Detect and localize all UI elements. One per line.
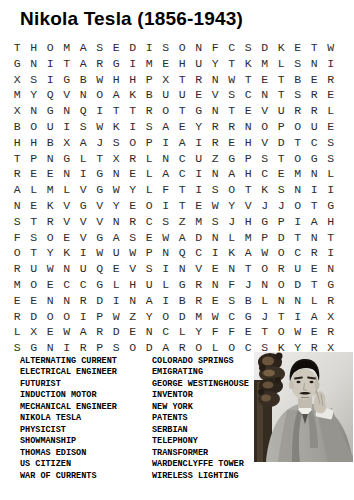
grid-cell[interactable]: O (9, 245, 26, 261)
grid-cell[interactable]: G (92, 277, 109, 293)
grid-cell[interactable]: S (92, 40, 109, 56)
grid-cell[interactable]: A (75, 56, 92, 72)
grid-cell[interactable]: W (108, 182, 125, 198)
grid-cell[interactable]: V (191, 261, 208, 277)
grid-cell[interactable]: E (108, 261, 125, 277)
grid-cell[interactable]: E (273, 166, 290, 182)
grid-cell[interactable]: E (9, 293, 26, 309)
grid-cell[interactable]: R (323, 72, 340, 88)
grid-cell[interactable]: T (174, 72, 191, 88)
grid-cell[interactable]: W (224, 72, 241, 88)
grid-cell[interactable]: I (207, 245, 224, 261)
grid-cell[interactable]: S (290, 87, 307, 103)
grid-cell[interactable]: C (240, 87, 257, 103)
grid-cell[interactable]: F (207, 40, 224, 56)
grid-cell[interactable]: A (158, 119, 175, 135)
grid-cell[interactable]: E (125, 166, 142, 182)
grid-cell[interactable]: C (141, 214, 158, 230)
grid-cell[interactable]: Z (207, 151, 224, 167)
grid-cell[interactable]: V (125, 261, 142, 277)
grid-cell[interactable]: O (290, 198, 307, 214)
grid-cell[interactable]: L (9, 324, 26, 340)
grid-cell[interactable]: G (257, 214, 274, 230)
grid-cell[interactable]: Z (174, 214, 191, 230)
grid-cell[interactable]: K (125, 87, 142, 103)
grid-cell[interactable]: C (257, 166, 274, 182)
grid-cell[interactable]: B (240, 293, 257, 309)
grid-cell[interactable]: R (306, 87, 323, 103)
grid-cell[interactable]: S (257, 151, 274, 167)
grid-cell[interactable]: N (207, 166, 224, 182)
grid-cell[interactable]: G (59, 151, 76, 167)
grid-cell[interactable]: T (273, 151, 290, 167)
grid-cell[interactable]: R (306, 103, 323, 119)
grid-cell[interactable]: P (141, 72, 158, 88)
grid-cell[interactable]: Y (108, 198, 125, 214)
grid-cell[interactable]: G (174, 277, 191, 293)
grid-cell[interactable]: R (9, 166, 26, 182)
grid-cell[interactable]: N (290, 293, 307, 309)
grid-cell[interactable]: R (92, 324, 109, 340)
grid-cell[interactable]: F (9, 230, 26, 246)
grid-cell[interactable]: A (108, 87, 125, 103)
grid-cell[interactable]: D (273, 135, 290, 151)
grid-cell[interactable]: N (26, 103, 43, 119)
grid-cell[interactable]: A (174, 135, 191, 151)
grid-cell[interactable]: V (59, 198, 76, 214)
grid-cell[interactable]: L (224, 230, 241, 246)
grid-cell[interactable]: F (224, 277, 241, 293)
grid-cell[interactable]: P (240, 151, 257, 167)
grid-cell[interactable]: W (92, 119, 109, 135)
grid-cell[interactable]: E (59, 230, 76, 246)
grid-cell[interactable]: N (125, 293, 142, 309)
grid-cell[interactable]: Y (141, 309, 158, 325)
grid-cell[interactable]: M (9, 277, 26, 293)
grid-cell[interactable]: T (273, 72, 290, 88)
grid-cell[interactable]: P (26, 151, 43, 167)
grid-cell[interactable]: P (92, 309, 109, 325)
grid-cell[interactable]: S (158, 40, 175, 56)
grid-cell[interactable]: N (323, 261, 340, 277)
grid-cell[interactable]: W (92, 245, 109, 261)
grid-cell[interactable]: S (9, 214, 26, 230)
grid-cell[interactable]: O (290, 151, 307, 167)
grid-cell[interactable]: N (108, 166, 125, 182)
grid-cell[interactable]: L (59, 182, 76, 198)
grid-cell[interactable]: G (9, 56, 26, 72)
grid-cell[interactable]: L (158, 277, 175, 293)
grid-cell[interactable]: H (9, 135, 26, 151)
grid-cell[interactable]: N (306, 56, 323, 72)
grid-cell[interactable]: A (240, 245, 257, 261)
grid-cell[interactable]: H (125, 72, 142, 88)
grid-cell[interactable]: T (108, 103, 125, 119)
grid-cell[interactable]: X (9, 72, 26, 88)
grid-cell[interactable]: M (290, 166, 307, 182)
grid-cell[interactable]: Y (191, 119, 208, 135)
grid-cell[interactable]: E (26, 166, 43, 182)
grid-cell[interactable]: I (108, 293, 125, 309)
grid-cell[interactable]: O (273, 277, 290, 293)
grid-cell[interactable]: O (290, 119, 307, 135)
grid-cell[interactable]: T (306, 40, 323, 56)
grid-cell[interactable]: I (59, 340, 76, 356)
grid-cell[interactable]: I (158, 293, 175, 309)
grid-cell[interactable]: A (75, 324, 92, 340)
grid-cell[interactable]: P (141, 135, 158, 151)
grid-cell[interactable]: E (42, 277, 59, 293)
grid-cell[interactable]: G (191, 103, 208, 119)
grid-cell[interactable]: W (59, 324, 76, 340)
grid-cell[interactable]: E (257, 72, 274, 88)
grid-cell[interactable]: M (257, 56, 274, 72)
grid-cell[interactable]: O (42, 230, 59, 246)
grid-cell[interactable]: E (42, 166, 59, 182)
grid-cell[interactable]: E (240, 103, 257, 119)
grid-cell[interactable]: H (125, 277, 142, 293)
grid-cell[interactable]: I (158, 135, 175, 151)
grid-cell[interactable]: T (273, 309, 290, 325)
grid-cell[interactable]: O (125, 340, 142, 356)
grid-cell[interactable]: N (174, 261, 191, 277)
grid-cell[interactable]: E (158, 56, 175, 72)
grid-cell[interactable]: W (158, 230, 175, 246)
grid-cell[interactable]: T (59, 56, 76, 72)
grid-cell[interactable]: J (257, 198, 274, 214)
grid-cell[interactable]: T (9, 40, 26, 56)
grid-cell[interactable]: I (191, 182, 208, 198)
grid-cell[interactable]: D (273, 230, 290, 246)
grid-cell[interactable]: U (191, 151, 208, 167)
grid-cell[interactable]: R (306, 245, 323, 261)
grid-cell[interactable]: X (108, 151, 125, 167)
grid-cell[interactable]: V (257, 103, 274, 119)
grid-cell[interactable]: I (290, 214, 307, 230)
grid-cell[interactable]: R (9, 309, 26, 325)
grid-cell[interactable]: O (92, 87, 109, 103)
grid-cell[interactable]: L (323, 166, 340, 182)
grid-cell[interactable]: H (26, 40, 43, 56)
grid-cell[interactable]: T (290, 230, 307, 246)
grid-cell[interactable]: S (9, 340, 26, 356)
grid-cell[interactable]: R (174, 340, 191, 356)
grid-cell[interactable]: J (92, 135, 109, 151)
grid-cell[interactable]: N (59, 293, 76, 309)
grid-cell[interactable]: O (26, 277, 43, 293)
grid-cell[interactable]: L (207, 340, 224, 356)
grid-cell[interactable]: T (92, 151, 109, 167)
grid-cell[interactable]: I (125, 119, 142, 135)
grid-cell[interactable]: S (323, 135, 340, 151)
grid-cell[interactable]: K (224, 245, 241, 261)
grid-cell[interactable]: S (224, 87, 241, 103)
grid-cell[interactable]: O (257, 119, 274, 135)
grid-cell[interactable]: I (92, 103, 109, 119)
grid-cell[interactable]: V (240, 198, 257, 214)
grid-cell[interactable]: I (125, 56, 142, 72)
grid-cell[interactable]: R (92, 56, 109, 72)
grid-cell[interactable]: B (42, 135, 59, 151)
grid-cell[interactable]: R (191, 277, 208, 293)
grid-cell[interactable]: T (26, 214, 43, 230)
grid-cell[interactable]: T (323, 230, 340, 246)
grid-cell[interactable]: T (9, 151, 26, 167)
grid-cell[interactable]: O (158, 103, 175, 119)
grid-cell[interactable]: G (224, 151, 241, 167)
grid-cell[interactable]: M (42, 182, 59, 198)
grid-cell[interactable]: R (125, 214, 142, 230)
grid-cell[interactable]: I (290, 309, 307, 325)
grid-cell[interactable]: T (306, 277, 323, 293)
grid-cell[interactable]: I (306, 182, 323, 198)
grid-cell[interactable]: N (42, 340, 59, 356)
grid-cell[interactable]: L (26, 182, 43, 198)
grid-cell[interactable]: P (273, 214, 290, 230)
grid-cell[interactable]: N (59, 103, 76, 119)
grid-cell[interactable]: A (158, 166, 175, 182)
grid-cell[interactable]: R (125, 151, 142, 167)
grid-cell[interactable]: E (174, 119, 191, 135)
grid-cell[interactable]: I (141, 40, 158, 56)
grid-cell[interactable]: F (224, 324, 241, 340)
grid-cell[interactable]: I (75, 245, 92, 261)
grid-cell[interactable]: A (174, 230, 191, 246)
grid-cell[interactable]: L (75, 151, 92, 167)
grid-cell[interactable]: G (108, 56, 125, 72)
grid-cell[interactable]: M (9, 87, 26, 103)
grid-cell[interactable]: A (306, 309, 323, 325)
grid-cell[interactable]: B (174, 293, 191, 309)
grid-cell[interactable]: E (125, 324, 142, 340)
grid-cell[interactable]: I (59, 119, 76, 135)
grid-cell[interactable]: U (290, 261, 307, 277)
grid-cell[interactable]: O (273, 245, 290, 261)
grid-cell[interactable]: X (323, 309, 340, 325)
grid-cell[interactable]: S (207, 182, 224, 198)
grid-cell[interactable]: S (141, 119, 158, 135)
grid-cell[interactable]: E (306, 324, 323, 340)
grid-cell[interactable]: R (207, 119, 224, 135)
grid-cell[interactable]: I (75, 166, 92, 182)
grid-cell[interactable]: T (240, 72, 257, 88)
grid-cell[interactable]: G (92, 230, 109, 246)
grid-cell[interactable]: S (224, 293, 241, 309)
grid-cell[interactable]: N (141, 324, 158, 340)
grid-cell[interactable]: T (26, 245, 43, 261)
grid-cell[interactable]: S (290, 56, 307, 72)
grid-cell[interactable]: N (257, 277, 274, 293)
grid-cell[interactable]: R (224, 119, 241, 135)
grid-cell[interactable]: R (207, 135, 224, 151)
grid-cell[interactable]: G (59, 72, 76, 88)
grid-cell[interactable]: N (207, 230, 224, 246)
grid-cell[interactable]: V (207, 87, 224, 103)
grid-cell[interactable]: Y (26, 87, 43, 103)
grid-cell[interactable]: K (257, 182, 274, 198)
grid-cell[interactable]: S (125, 230, 142, 246)
grid-cell[interactable]: C (224, 40, 241, 56)
grid-cell[interactable]: O (59, 309, 76, 325)
grid-cell[interactable]: G (306, 151, 323, 167)
grid-cell[interactable]: G (323, 198, 340, 214)
grid-cell[interactable]: M (240, 230, 257, 246)
grid-cell[interactable]: O (224, 182, 241, 198)
grid-cell[interactable]: Q (174, 245, 191, 261)
grid-cell[interactable]: R (323, 293, 340, 309)
grid-cell[interactable]: O (191, 340, 208, 356)
grid-cell[interactable]: T (290, 135, 307, 151)
grid-cell[interactable]: L (141, 166, 158, 182)
grid-cell[interactable]: C (158, 324, 175, 340)
grid-cell[interactable]: R (191, 72, 208, 88)
grid-cell[interactable]: H (240, 135, 257, 151)
grid-cell[interactable]: L (108, 277, 125, 293)
grid-cell[interactable]: N (207, 103, 224, 119)
grid-cell[interactable]: C (224, 309, 241, 325)
grid-cell[interactable]: P (257, 230, 274, 246)
grid-cell[interactable]: O (158, 309, 175, 325)
grid-cell[interactable]: G (92, 182, 109, 198)
grid-cell[interactable]: O (26, 119, 43, 135)
grid-cell[interactable]: G (75, 198, 92, 214)
grid-cell[interactable]: G (92, 166, 109, 182)
grid-cell[interactable]: N (224, 261, 241, 277)
grid-cell[interactable]: K (240, 56, 257, 72)
grid-cell[interactable]: S (323, 151, 340, 167)
grid-cell[interactable]: W (207, 198, 224, 214)
grid-cell[interactable]: R (290, 103, 307, 119)
grid-cell[interactable]: D (125, 40, 142, 56)
grid-cell[interactable]: I (191, 135, 208, 151)
grid-cell[interactable]: U (26, 261, 43, 277)
grid-cell[interactable]: B (141, 87, 158, 103)
grid-cell[interactable]: N (158, 151, 175, 167)
grid-cell[interactable]: C (306, 135, 323, 151)
grid-cell[interactable]: I (75, 309, 92, 325)
grid-cell[interactable]: N (273, 293, 290, 309)
grid-cell[interactable]: V (92, 198, 109, 214)
grid-cell[interactable]: Q (92, 261, 109, 277)
grid-cell[interactable]: M (191, 214, 208, 230)
grid-cell[interactable]: H (240, 166, 257, 182)
grid-cell[interactable]: T (174, 198, 191, 214)
grid-cell[interactable]: I (42, 72, 59, 88)
grid-cell[interactable]: C (174, 166, 191, 182)
grid-cell[interactable]: W (42, 261, 59, 277)
grid-cell[interactable]: L (141, 182, 158, 198)
grid-cell[interactable]: R (141, 103, 158, 119)
grid-cell[interactable]: A (158, 340, 175, 356)
grid-cell[interactable]: W (207, 309, 224, 325)
grid-cell[interactable]: P (141, 245, 158, 261)
grid-cell[interactable]: E (207, 293, 224, 309)
grid-cell[interactable]: N (108, 214, 125, 230)
grid-cell[interactable]: K (59, 245, 76, 261)
grid-cell[interactable]: N (26, 56, 43, 72)
grid-cell[interactable]: T (257, 324, 274, 340)
grid-cell[interactable]: S (158, 214, 175, 230)
grid-cell[interactable]: S (26, 230, 43, 246)
grid-cell[interactable]: O (125, 135, 142, 151)
grid-cell[interactable]: Z (125, 309, 142, 325)
grid-cell[interactable]: B (290, 72, 307, 88)
grid-cell[interactable]: U (191, 56, 208, 72)
grid-cell[interactable]: L (273, 56, 290, 72)
grid-cell[interactable]: E (323, 87, 340, 103)
grid-cell[interactable]: A (108, 230, 125, 246)
grid-cell[interactable]: I (323, 245, 340, 261)
grid-cell[interactable]: J (257, 309, 274, 325)
grid-cell[interactable]: S (240, 40, 257, 56)
grid-cell[interactable]: D (257, 40, 274, 56)
grid-cell[interactable]: V (75, 214, 92, 230)
grid-cell[interactable]: I (323, 56, 340, 72)
grid-cell[interactable]: N (207, 72, 224, 88)
grid-cell[interactable]: C (75, 277, 92, 293)
grid-cell[interactable]: V (257, 135, 274, 151)
grid-cell[interactable]: B (75, 72, 92, 88)
grid-cell[interactable]: F (158, 182, 175, 198)
grid-cell[interactable]: S (75, 119, 92, 135)
grid-cell[interactable]: O (257, 261, 274, 277)
grid-cell[interactable]: N (257, 87, 274, 103)
grid-cell[interactable]: H (323, 214, 340, 230)
grid-cell[interactable]: L (306, 293, 323, 309)
grid-cell[interactable]: R (273, 261, 290, 277)
grid-cell[interactable]: D (92, 293, 109, 309)
grid-cell[interactable]: T (224, 103, 241, 119)
grid-cell[interactable]: R (323, 324, 340, 340)
grid-cell[interactable]: X (59, 135, 76, 151)
grid-cell[interactable]: I (191, 166, 208, 182)
grid-cell[interactable]: K (273, 40, 290, 56)
grid-cell[interactable]: E (191, 87, 208, 103)
grid-cell[interactable]: I (323, 182, 340, 198)
grid-cell[interactable]: T (273, 87, 290, 103)
grid-cell[interactable]: V (59, 214, 76, 230)
grid-cell[interactable]: A (75, 40, 92, 56)
grid-cell[interactable]: D (26, 309, 43, 325)
grid-cell[interactable]: S (207, 214, 224, 230)
grid-cell[interactable]: R (191, 293, 208, 309)
grid-cell[interactable]: J (240, 277, 257, 293)
grid-cell[interactable]: A (224, 166, 241, 182)
grid-cell[interactable]: O (141, 198, 158, 214)
grid-cell[interactable]: U (306, 119, 323, 135)
grid-cell[interactable]: M (59, 40, 76, 56)
grid-cell[interactable]: V (75, 230, 92, 246)
grid-cell[interactable]: E (42, 324, 59, 340)
grid-cell[interactable]: V (59, 87, 76, 103)
grid-cell[interactable]: S (26, 72, 43, 88)
grid-cell[interactable]: J (224, 214, 241, 230)
grid-cell[interactable]: G (42, 103, 59, 119)
grid-cell[interactable]: T (174, 182, 191, 198)
grid-cell[interactable]: E (26, 198, 43, 214)
grid-cell[interactable]: R (75, 340, 92, 356)
grid-cell[interactable]: N (158, 245, 175, 261)
grid-cell[interactable]: V (92, 214, 109, 230)
grid-cell[interactable]: W (257, 245, 274, 261)
grid-cell[interactable]: A (141, 293, 158, 309)
grid-cell[interactable]: T (174, 103, 191, 119)
grid-cell[interactable]: N (306, 230, 323, 246)
grid-cell[interactable]: D (191, 230, 208, 246)
grid-cell[interactable]: Q (75, 103, 92, 119)
grid-cell[interactable]: T (125, 103, 142, 119)
grid-cell[interactable]: H (108, 72, 125, 88)
